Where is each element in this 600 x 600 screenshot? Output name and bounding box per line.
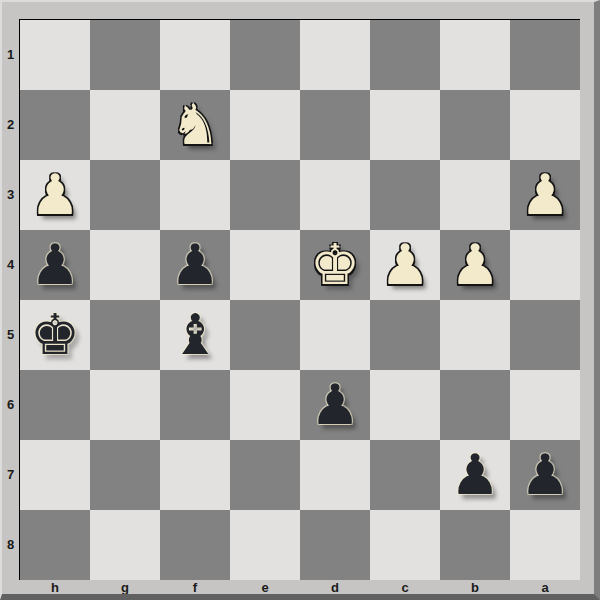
- square-c2[interactable]: [370, 90, 440, 160]
- square-b2[interactable]: [440, 90, 510, 160]
- square-f3[interactable]: [160, 160, 230, 230]
- square-e8[interactable]: [230, 510, 300, 580]
- rank-label-1: 1: [2, 19, 19, 89]
- square-g1[interactable]: [90, 20, 160, 90]
- file-label-d: d: [300, 580, 370, 594]
- piece-black-king[interactable]: ♚: [30, 300, 80, 370]
- square-b4[interactable]: ♟: [440, 230, 510, 300]
- piece-black-pawn[interactable]: ♟: [170, 230, 220, 300]
- piece-white-pawn[interactable]: ♟: [450, 230, 500, 300]
- square-a6[interactable]: [510, 370, 580, 440]
- square-b5[interactable]: [440, 300, 510, 370]
- rank-label-3: 3: [2, 159, 19, 229]
- square-g3[interactable]: [90, 160, 160, 230]
- square-b7[interactable]: ♟: [440, 440, 510, 510]
- chessboard: ♞♟♟♟♟♚♟♟♚♝♟♟♟: [19, 19, 580, 580]
- chess-diagram-window: 12345678 ♞♟♟♟♟♚♟♟♚♝♟♟♟ hgfedcba: [0, 0, 600, 600]
- square-f6[interactable]: [160, 370, 230, 440]
- piece-white-pawn[interactable]: ♟: [30, 160, 80, 230]
- square-c6[interactable]: [370, 370, 440, 440]
- rank-label-5: 5: [2, 299, 19, 369]
- square-e6[interactable]: [230, 370, 300, 440]
- square-g5[interactable]: [90, 300, 160, 370]
- piece-black-pawn[interactable]: ♟: [450, 440, 500, 510]
- square-f4[interactable]: ♟: [160, 230, 230, 300]
- square-e5[interactable]: [230, 300, 300, 370]
- square-a1[interactable]: [510, 20, 580, 90]
- square-g2[interactable]: [90, 90, 160, 160]
- square-g8[interactable]: [90, 510, 160, 580]
- rank-label-2: 2: [2, 89, 19, 159]
- rank-label-6: 6: [2, 369, 19, 439]
- file-label-e: e: [230, 580, 300, 594]
- square-a5[interactable]: [510, 300, 580, 370]
- file-label-h: h: [20, 580, 90, 594]
- square-a3[interactable]: ♟: [510, 160, 580, 230]
- square-h7[interactable]: [20, 440, 90, 510]
- square-e1[interactable]: [230, 20, 300, 90]
- square-b1[interactable]: [440, 20, 510, 90]
- square-a7[interactable]: ♟: [510, 440, 580, 510]
- square-b3[interactable]: [440, 160, 510, 230]
- piece-white-pawn[interactable]: ♟: [380, 230, 430, 300]
- square-d2[interactable]: [300, 90, 370, 160]
- square-c8[interactable]: [370, 510, 440, 580]
- square-e7[interactable]: [230, 440, 300, 510]
- piece-black-bishop[interactable]: ♝: [170, 300, 220, 370]
- square-e2[interactable]: [230, 90, 300, 160]
- square-e3[interactable]: [230, 160, 300, 230]
- rank-labels: 12345678: [2, 19, 19, 579]
- file-labels: hgfedcba: [20, 580, 580, 594]
- square-a8[interactable]: [510, 510, 580, 580]
- square-d1[interactable]: [300, 20, 370, 90]
- file-label-g: g: [90, 580, 160, 594]
- piece-black-pawn[interactable]: ♟: [520, 440, 570, 510]
- square-c1[interactable]: [370, 20, 440, 90]
- rank-label-7: 7: [2, 439, 19, 509]
- rank-label-4: 4: [2, 229, 19, 299]
- rank-label-8: 8: [2, 509, 19, 579]
- file-label-b: b: [440, 580, 510, 594]
- square-f2[interactable]: ♞: [160, 90, 230, 160]
- piece-white-pawn[interactable]: ♟: [520, 160, 570, 230]
- square-c5[interactable]: [370, 300, 440, 370]
- piece-black-pawn[interactable]: ♟: [30, 230, 80, 300]
- square-c3[interactable]: [370, 160, 440, 230]
- square-a2[interactable]: [510, 90, 580, 160]
- square-b8[interactable]: [440, 510, 510, 580]
- square-h6[interactable]: [20, 370, 90, 440]
- square-d5[interactable]: [300, 300, 370, 370]
- square-d3[interactable]: [300, 160, 370, 230]
- square-h8[interactable]: [20, 510, 90, 580]
- square-h5[interactable]: ♚: [20, 300, 90, 370]
- square-d7[interactable]: [300, 440, 370, 510]
- square-g6[interactable]: [90, 370, 160, 440]
- file-label-c: c: [370, 580, 440, 594]
- square-d4[interactable]: ♚: [300, 230, 370, 300]
- square-f8[interactable]: [160, 510, 230, 580]
- square-g4[interactable]: [90, 230, 160, 300]
- square-d6[interactable]: ♟: [300, 370, 370, 440]
- square-c4[interactable]: ♟: [370, 230, 440, 300]
- piece-black-pawn[interactable]: ♟: [310, 370, 360, 440]
- piece-white-king[interactable]: ♚: [310, 230, 360, 300]
- square-h3[interactable]: ♟: [20, 160, 90, 230]
- square-a4[interactable]: [510, 230, 580, 300]
- square-e4[interactable]: [230, 230, 300, 300]
- file-label-a: a: [510, 580, 580, 594]
- square-f5[interactable]: ♝: [160, 300, 230, 370]
- square-f1[interactable]: [160, 20, 230, 90]
- file-label-f: f: [160, 580, 230, 594]
- square-d8[interactable]: [300, 510, 370, 580]
- square-c7[interactable]: [370, 440, 440, 510]
- square-h4[interactable]: ♟: [20, 230, 90, 300]
- piece-white-knight[interactable]: ♞: [170, 90, 220, 160]
- square-h2[interactable]: [20, 90, 90, 160]
- square-b6[interactable]: [440, 370, 510, 440]
- square-f7[interactable]: [160, 440, 230, 510]
- square-h1[interactable]: [20, 20, 90, 90]
- square-g7[interactable]: [90, 440, 160, 510]
